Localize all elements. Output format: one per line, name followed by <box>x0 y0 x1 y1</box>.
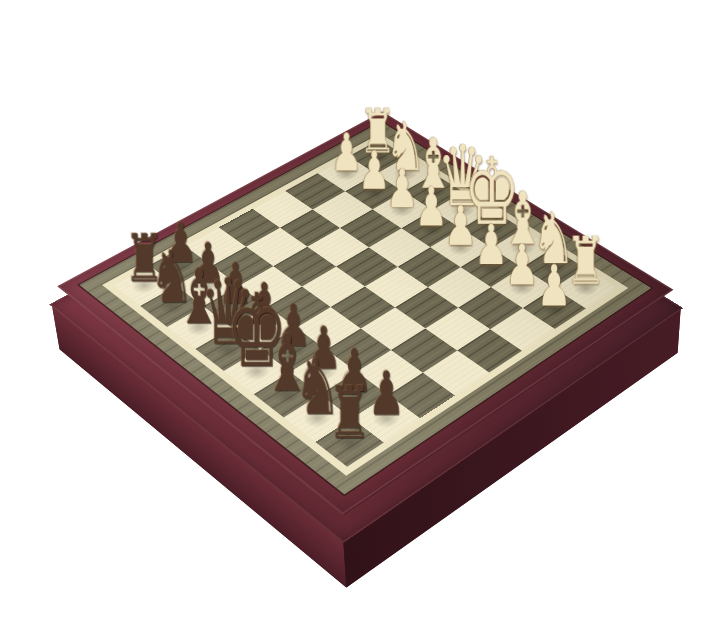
photo-stage: ♜♞♝♛♚♝♞♜♟♟♟♟♟♟♟♟♟♟♟♟♟♟♟♟♜♞♝♛♚♝♞♜ <box>0 0 720 634</box>
piece-glyph: ♜ <box>327 377 371 450</box>
piece-glyph: ♟ <box>368 364 405 425</box>
board-plate: ♜♞♝♛♚♝♞♜♟♟♟♟♟♟♟♟♟♟♟♟♟♟♟♟♜♞♝♛♚♝♞♜ <box>80 122 651 495</box>
piece-glyph: ♟ <box>505 237 539 293</box>
piece-glyph: ♟ <box>537 257 572 314</box>
piece-glyph: ♟ <box>444 198 477 253</box>
piece-glyph: ♟ <box>474 217 508 272</box>
piece-glyph: ♟ <box>386 162 419 215</box>
scene-3d: ♜♞♝♛♚♝♞♜♟♟♟♟♟♟♟♟♟♟♟♟♟♟♟♟♜♞♝♛♚♝♞♜ <box>0 0 720 634</box>
piece-glyph: ♟ <box>415 180 448 234</box>
board-border-green: ♜♞♝♛♚♝♞♜♟♟♟♟♟♟♟♟♟♟♟♟♟♟♟♟♜♞♝♛♚♝♞♜ <box>80 122 651 495</box>
